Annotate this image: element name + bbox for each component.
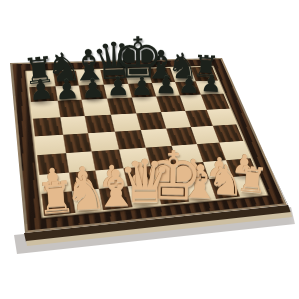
- pieces-layer: ♜♞♝♛♚♝♞♜♟♟♟♟♟♟♟♟♟♟♟♟♟♟♟♟♜♞♝♛♚♝♞♜: [0, 0, 299, 299]
- black-pawn-e7[interactable]: ♟: [131, 74, 154, 99]
- black-pawn-b7[interactable]: ♟: [54, 75, 80, 104]
- black-pawn-d7[interactable]: ♟: [106, 74, 130, 100]
- black-pawn-g7[interactable]: ♟: [178, 73, 200, 98]
- chess-set-photo: ♜♞♝♛♚♝♞♜♟♟♟♟♟♟♟♟♟♟♟♟♟♟♟♟♜♞♝♛♚♝♞♜: [0, 0, 299, 299]
- white-rook-a1[interactable]: ♜: [35, 175, 77, 221]
- black-pawn-h7[interactable]: ♟: [200, 72, 222, 97]
- black-pawn-f7[interactable]: ♟: [154, 73, 176, 98]
- black-pawn-c7[interactable]: ♟: [80, 75, 105, 103]
- black-pawn-a7[interactable]: ♟: [27, 75, 55, 105]
